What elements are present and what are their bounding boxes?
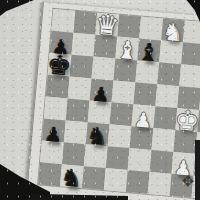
square-f2[interactable] bbox=[150, 150, 174, 174]
square-f1[interactable] bbox=[148, 172, 172, 196]
square-a6[interactable]: ♚ bbox=[48, 53, 72, 77]
square-d2[interactable] bbox=[106, 146, 130, 170]
piece-black-pawn-a3[interactable]: ♟ bbox=[44, 124, 64, 145]
square-c8[interactable]: ♛ bbox=[95, 13, 119, 37]
square-d3[interactable] bbox=[108, 124, 132, 148]
square-f3[interactable] bbox=[152, 128, 176, 152]
square-e4[interactable]: ♟ bbox=[132, 104, 156, 128]
piece-white-pawn-e4[interactable]: ♟ bbox=[133, 109, 153, 130]
square-a1[interactable] bbox=[38, 162, 62, 186]
board-grid: ♛♞♟♝♝♚♟♟♚♟♞♟♞ bbox=[38, 9, 200, 200]
piece-white-knight-f8[interactable]: ♞ bbox=[161, 20, 185, 46]
square-b5[interactable] bbox=[68, 77, 92, 101]
piece-black-king-a6[interactable]: ♚ bbox=[46, 51, 72, 80]
square-d7[interactable]: ♝ bbox=[115, 37, 139, 61]
square-e1[interactable] bbox=[126, 170, 150, 194]
square-c3[interactable]: ♞ bbox=[86, 122, 110, 146]
photo-dark-corner-top-left bbox=[0, 0, 34, 16]
piece-white-king-g4[interactable]: ♚ bbox=[174, 106, 200, 135]
square-d5[interactable] bbox=[112, 80, 136, 104]
square-f6[interactable] bbox=[157, 62, 181, 86]
square-e5[interactable] bbox=[133, 82, 157, 106]
piece-black-pawn-c5[interactable]: ♟ bbox=[91, 84, 111, 105]
square-e2[interactable] bbox=[128, 148, 152, 172]
square-a3[interactable]: ♟ bbox=[42, 119, 66, 143]
chess-board: ♛♞♟♝♝♚♟♟♚♟♞♟♞ ✥ bbox=[26, 2, 200, 200]
square-g7[interactable] bbox=[181, 42, 200, 66]
square-g6[interactable] bbox=[179, 64, 200, 88]
square-a8[interactable] bbox=[52, 9, 76, 33]
photo-dark-edge-right bbox=[195, 140, 200, 200]
square-g8[interactable] bbox=[183, 20, 200, 44]
chessboard-photo: ♛♞♟♝♝♚♟♟♚♟♞♟♞ ✥ bbox=[0, 0, 200, 200]
square-b3[interactable] bbox=[64, 120, 88, 144]
square-f8[interactable]: ♞ bbox=[161, 19, 185, 43]
piece-black-knight-c3[interactable]: ♞ bbox=[86, 123, 110, 149]
square-b7[interactable] bbox=[72, 33, 96, 57]
square-c6[interactable] bbox=[92, 57, 116, 81]
square-g4[interactable]: ♚ bbox=[175, 108, 199, 132]
square-b6[interactable] bbox=[70, 55, 94, 79]
piece-white-queen-c8[interactable]: ♛ bbox=[94, 11, 120, 40]
square-b4[interactable] bbox=[66, 99, 90, 123]
square-b1[interactable]: ♞ bbox=[60, 164, 84, 188]
square-e7[interactable]: ♝ bbox=[137, 39, 161, 63]
piece-white-bishop-d7[interactable]: ♝ bbox=[115, 38, 139, 64]
square-c1[interactable] bbox=[82, 166, 106, 190]
square-a4[interactable] bbox=[44, 97, 68, 121]
piece-black-knight-b1[interactable]: ♞ bbox=[60, 165, 84, 191]
square-d1[interactable] bbox=[104, 168, 128, 192]
square-c5[interactable]: ♟ bbox=[90, 79, 114, 103]
piece-black-bishop-e7[interactable]: ♝ bbox=[137, 40, 161, 66]
square-d4[interactable] bbox=[110, 102, 134, 126]
